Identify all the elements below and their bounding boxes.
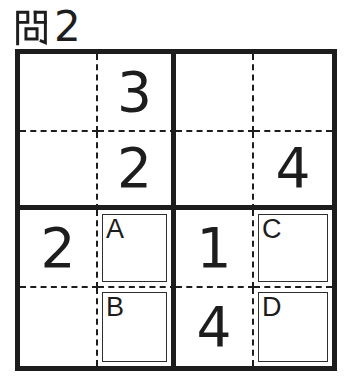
answer-box-d[interactable]: D: [258, 292, 328, 362]
given-digit: 2: [41, 221, 76, 276]
question-number-label: 2: [54, 6, 81, 48]
cell-r4c3: 4: [176, 288, 254, 366]
cell-r3c4: C: [254, 210, 332, 288]
sudoku-board: 3242A1CB4D: [15, 49, 337, 371]
cell-r4c1[interactable]: [20, 288, 98, 366]
cell-r3c3: 1: [176, 210, 254, 288]
cell-r2c1[interactable]: [20, 132, 98, 210]
cell-r4c2: B: [98, 288, 176, 366]
given-digit: 2: [117, 141, 152, 196]
answer-box-label: C: [262, 216, 282, 243]
cell-r3c2: A: [98, 210, 176, 288]
kanji-mon-icon: [13, 7, 50, 47]
given-digit: 3: [117, 65, 152, 120]
given-digit: 4: [276, 141, 311, 196]
answer-box-label: A: [106, 216, 124, 243]
cell-r1c1[interactable]: [20, 54, 98, 132]
cell-r4c4: D: [254, 288, 332, 366]
cell-r2c2: 2: [98, 132, 176, 210]
cell-r2c3[interactable]: [176, 132, 254, 210]
given-digit: 4: [197, 300, 232, 355]
answer-box-b[interactable]: B: [102, 292, 167, 362]
cell-r1c4[interactable]: [254, 54, 332, 132]
cell-r3c1: 2: [20, 210, 98, 288]
cell-r2c4: 4: [254, 132, 332, 210]
answer-box-c[interactable]: C: [258, 214, 328, 282]
cell-r1c3[interactable]: [176, 54, 254, 132]
answer-box-label: B: [106, 294, 124, 321]
page-title: 2: [13, 4, 81, 47]
given-digit: 1: [197, 221, 232, 276]
answer-box-label: D: [262, 294, 282, 321]
answer-box-a[interactable]: A: [102, 214, 167, 282]
cell-r1c2: 3: [98, 54, 176, 132]
